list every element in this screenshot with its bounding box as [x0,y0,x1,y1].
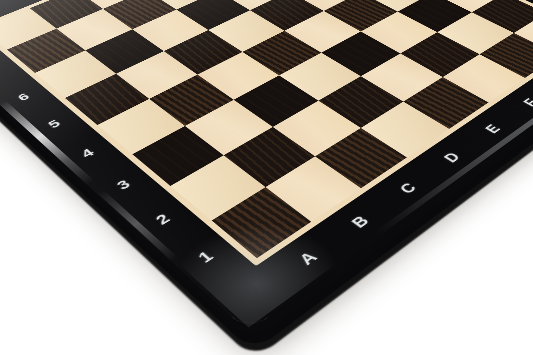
edge-highlight-left-lower [97,190,178,262]
edge-highlight-left [0,101,95,185]
photo-frame: AA11BB22CC33DD44EE55FF66GG77HH88 [0,0,533,355]
chess-board: AA11BB22CC33DD44EE55FF66GG77HH88 [0,0,533,332]
squares-grid [0,0,533,258]
perspective-scene: AA11BB22CC33DD44EE55FF66GG77HH88 [0,0,533,355]
